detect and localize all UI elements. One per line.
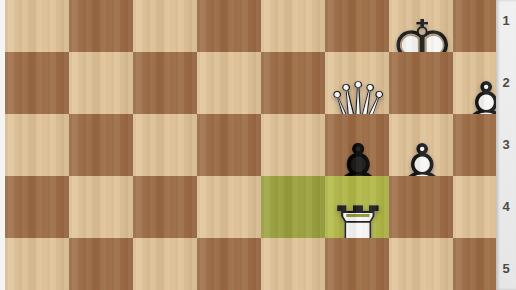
- rank-label-5: 5: [496, 261, 516, 277]
- chess-board: ♚♔♛♕♟♙♟♙♟♙♜♖: [5, 0, 516, 290]
- square-e3[interactable]: [197, 114, 261, 176]
- white-pawn[interactable]: ♟♙: [389, 114, 453, 176]
- square-g3[interactable]: [69, 114, 133, 176]
- rank-label-2: 2: [496, 75, 516, 91]
- square-c5[interactable]: [325, 238, 389, 290]
- square-c1[interactable]: [325, 0, 389, 52]
- square-b1[interactable]: ♚♔: [389, 0, 453, 52]
- square-h2[interactable]: [5, 52, 69, 114]
- square-h5[interactable]: [5, 238, 69, 290]
- square-c3[interactable]: ♟♙: [325, 114, 389, 176]
- rank-label-1: 1: [496, 13, 516, 29]
- square-g2[interactable]: [69, 52, 133, 114]
- square-c2[interactable]: ♛♕: [325, 52, 389, 114]
- square-c4[interactable]: ♜♖: [325, 176, 389, 238]
- square-b2[interactable]: [389, 52, 453, 114]
- square-h3[interactable]: [5, 114, 69, 176]
- black-pawn[interactable]: ♟♙: [325, 114, 389, 176]
- square-e5[interactable]: [197, 238, 261, 290]
- square-f1[interactable]: [133, 0, 197, 52]
- square-g4[interactable]: [69, 176, 133, 238]
- square-d3[interactable]: [261, 114, 325, 176]
- square-h1[interactable]: [5, 0, 69, 52]
- square-d2[interactable]: [261, 52, 325, 114]
- square-f4[interactable]: [133, 176, 197, 238]
- white-queen[interactable]: ♛♕: [325, 52, 389, 114]
- square-f5[interactable]: [133, 238, 197, 290]
- rank-label-4: 4: [496, 199, 516, 215]
- square-b4[interactable]: [389, 176, 453, 238]
- square-d1[interactable]: [261, 0, 325, 52]
- square-f3[interactable]: [133, 114, 197, 176]
- square-g5[interactable]: [69, 238, 133, 290]
- square-g1[interactable]: [69, 0, 133, 52]
- square-b5[interactable]: [389, 238, 453, 290]
- white-rook[interactable]: ♜♖: [325, 176, 389, 238]
- square-d5[interactable]: [261, 238, 325, 290]
- square-e4[interactable]: [197, 176, 261, 238]
- square-b3[interactable]: ♟♙: [389, 114, 453, 176]
- rank-coordinate-bar: 12345: [496, 0, 516, 290]
- rank-label-3: 3: [496, 137, 516, 153]
- square-h4[interactable]: [5, 176, 69, 238]
- square-e2[interactable]: [197, 52, 261, 114]
- white-king[interactable]: ♚♔: [389, 0, 453, 52]
- square-e1[interactable]: [197, 0, 261, 52]
- chess-board-screenshot: ♚♔♛♕♟♙♟♙♟♙♜♖ 12345: [0, 0, 516, 290]
- square-d4[interactable]: [261, 176, 325, 238]
- square-f2[interactable]: [133, 52, 197, 114]
